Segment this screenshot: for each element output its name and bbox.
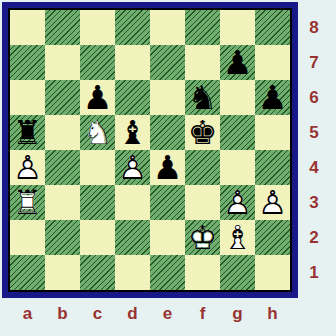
black-pawn[interactable]: ♟ <box>150 150 185 185</box>
square-g2[interactable]: ♝♗ <box>220 220 255 255</box>
rank-label-5: 5 <box>299 115 329 150</box>
white-pawn[interactable]: ♟♙ <box>220 185 255 220</box>
square-f3[interactable] <box>185 185 220 220</box>
square-c2[interactable] <box>80 220 115 255</box>
square-g4[interactable] <box>220 150 255 185</box>
square-c1[interactable] <box>80 255 115 290</box>
white-knight[interactable]: ♞♘ <box>80 115 115 150</box>
square-e6[interactable] <box>150 80 185 115</box>
square-f7[interactable] <box>185 45 220 80</box>
rank-label-3: 3 <box>299 185 329 220</box>
black-king[interactable]: ♚ <box>185 115 220 150</box>
square-h3[interactable]: ♟♙ <box>255 185 290 220</box>
square-a7[interactable] <box>10 45 45 80</box>
square-d3[interactable] <box>115 185 150 220</box>
file-label-g: g <box>220 299 255 329</box>
chess-app-window: ♟♟♞♟♜♞♘♝♚♟♙♟♙♟♜♖♟♙♟♙♚♔♝♗ abcdefgh 876543… <box>0 0 336 336</box>
rank-labels: 87654321 <box>299 10 329 290</box>
square-g8[interactable] <box>220 10 255 45</box>
square-c5[interactable]: ♞♘ <box>80 115 115 150</box>
square-d6[interactable] <box>115 80 150 115</box>
file-label-e: e <box>150 299 185 329</box>
square-a6[interactable] <box>10 80 45 115</box>
chess-board[interactable]: ♟♟♞♟♜♞♘♝♚♟♙♟♙♟♜♖♟♙♟♙♚♔♝♗ <box>8 8 292 292</box>
square-e8[interactable] <box>150 10 185 45</box>
square-e4[interactable]: ♟ <box>150 150 185 185</box>
rank-label-4: 4 <box>299 150 329 185</box>
file-label-h: h <box>255 299 290 329</box>
square-b5[interactable] <box>45 115 80 150</box>
square-f1[interactable] <box>185 255 220 290</box>
square-d7[interactable] <box>115 45 150 80</box>
square-a3[interactable]: ♜♖ <box>10 185 45 220</box>
square-h7[interactable] <box>255 45 290 80</box>
square-a4[interactable]: ♟♙ <box>10 150 45 185</box>
file-labels: abcdefgh <box>10 299 290 329</box>
square-c4[interactable] <box>80 150 115 185</box>
white-pawn[interactable]: ♟♙ <box>115 150 150 185</box>
square-c8[interactable] <box>80 10 115 45</box>
square-b6[interactable] <box>45 80 80 115</box>
white-piece-outline: ♔ <box>185 220 220 255</box>
square-h4[interactable] <box>255 150 290 185</box>
square-f2[interactable]: ♚♔ <box>185 220 220 255</box>
square-e3[interactable] <box>150 185 185 220</box>
square-d1[interactable] <box>115 255 150 290</box>
square-b4[interactable] <box>45 150 80 185</box>
rank-label-7: 7 <box>299 45 329 80</box>
square-c6[interactable]: ♟ <box>80 80 115 115</box>
white-piece-outline: ♙ <box>10 150 45 185</box>
black-bishop[interactable]: ♝ <box>115 115 150 150</box>
square-d8[interactable] <box>115 10 150 45</box>
white-bishop[interactable]: ♝♗ <box>220 220 255 255</box>
white-piece-outline: ♗ <box>220 220 255 255</box>
black-rook[interactable]: ♜ <box>10 115 45 150</box>
white-pawn[interactable]: ♟♙ <box>10 150 45 185</box>
file-label-c: c <box>80 299 115 329</box>
square-h6[interactable]: ♟ <box>255 80 290 115</box>
square-f4[interactable] <box>185 150 220 185</box>
square-a8[interactable] <box>10 10 45 45</box>
square-b7[interactable] <box>45 45 80 80</box>
black-pawn[interactable]: ♟ <box>80 80 115 115</box>
white-pawn[interactable]: ♟♙ <box>255 185 290 220</box>
white-piece-outline: ♙ <box>115 150 150 185</box>
square-a5[interactable]: ♜ <box>10 115 45 150</box>
square-a2[interactable] <box>10 220 45 255</box>
square-g6[interactable] <box>220 80 255 115</box>
square-e2[interactable] <box>150 220 185 255</box>
square-e7[interactable] <box>150 45 185 80</box>
white-piece-outline: ♘ <box>80 115 115 150</box>
white-rook[interactable]: ♜♖ <box>10 185 45 220</box>
black-pawn[interactable]: ♟ <box>220 45 255 80</box>
square-b8[interactable] <box>45 10 80 45</box>
square-d4[interactable]: ♟♙ <box>115 150 150 185</box>
square-d2[interactable] <box>115 220 150 255</box>
file-label-a: a <box>10 299 45 329</box>
square-b3[interactable] <box>45 185 80 220</box>
square-h5[interactable] <box>255 115 290 150</box>
white-king[interactable]: ♚♔ <box>185 220 220 255</box>
square-g1[interactable] <box>220 255 255 290</box>
square-f8[interactable] <box>185 10 220 45</box>
file-label-d: d <box>115 299 150 329</box>
square-f6[interactable]: ♞ <box>185 80 220 115</box>
file-label-f: f <box>185 299 220 329</box>
square-c7[interactable] <box>80 45 115 80</box>
square-h8[interactable] <box>255 10 290 45</box>
square-e1[interactable] <box>150 255 185 290</box>
square-f5[interactable]: ♚ <box>185 115 220 150</box>
square-a1[interactable] <box>10 255 45 290</box>
black-knight[interactable]: ♞ <box>185 80 220 115</box>
chess-board-frame: ♟♟♞♟♜♞♘♝♚♟♙♟♙♟♜♖♟♙♟♙♚♔♝♗ <box>2 2 298 298</box>
square-h2[interactable] <box>255 220 290 255</box>
square-g3[interactable]: ♟♙ <box>220 185 255 220</box>
square-e5[interactable] <box>150 115 185 150</box>
square-h1[interactable] <box>255 255 290 290</box>
rank-label-8: 8 <box>299 10 329 45</box>
square-c3[interactable] <box>80 185 115 220</box>
white-piece-outline: ♙ <box>220 185 255 220</box>
square-b2[interactable] <box>45 220 80 255</box>
white-piece-outline: ♖ <box>10 185 45 220</box>
rank-label-1: 1 <box>299 255 329 290</box>
square-d5[interactable]: ♝ <box>115 115 150 150</box>
square-g5[interactable] <box>220 115 255 150</box>
file-label-b: b <box>45 299 80 329</box>
white-piece-outline: ♙ <box>255 185 290 220</box>
rank-label-2: 2 <box>299 220 329 255</box>
square-g7[interactable]: ♟ <box>220 45 255 80</box>
square-b1[interactable] <box>45 255 80 290</box>
rank-label-6: 6 <box>299 80 329 115</box>
black-pawn[interactable]: ♟ <box>255 80 290 115</box>
